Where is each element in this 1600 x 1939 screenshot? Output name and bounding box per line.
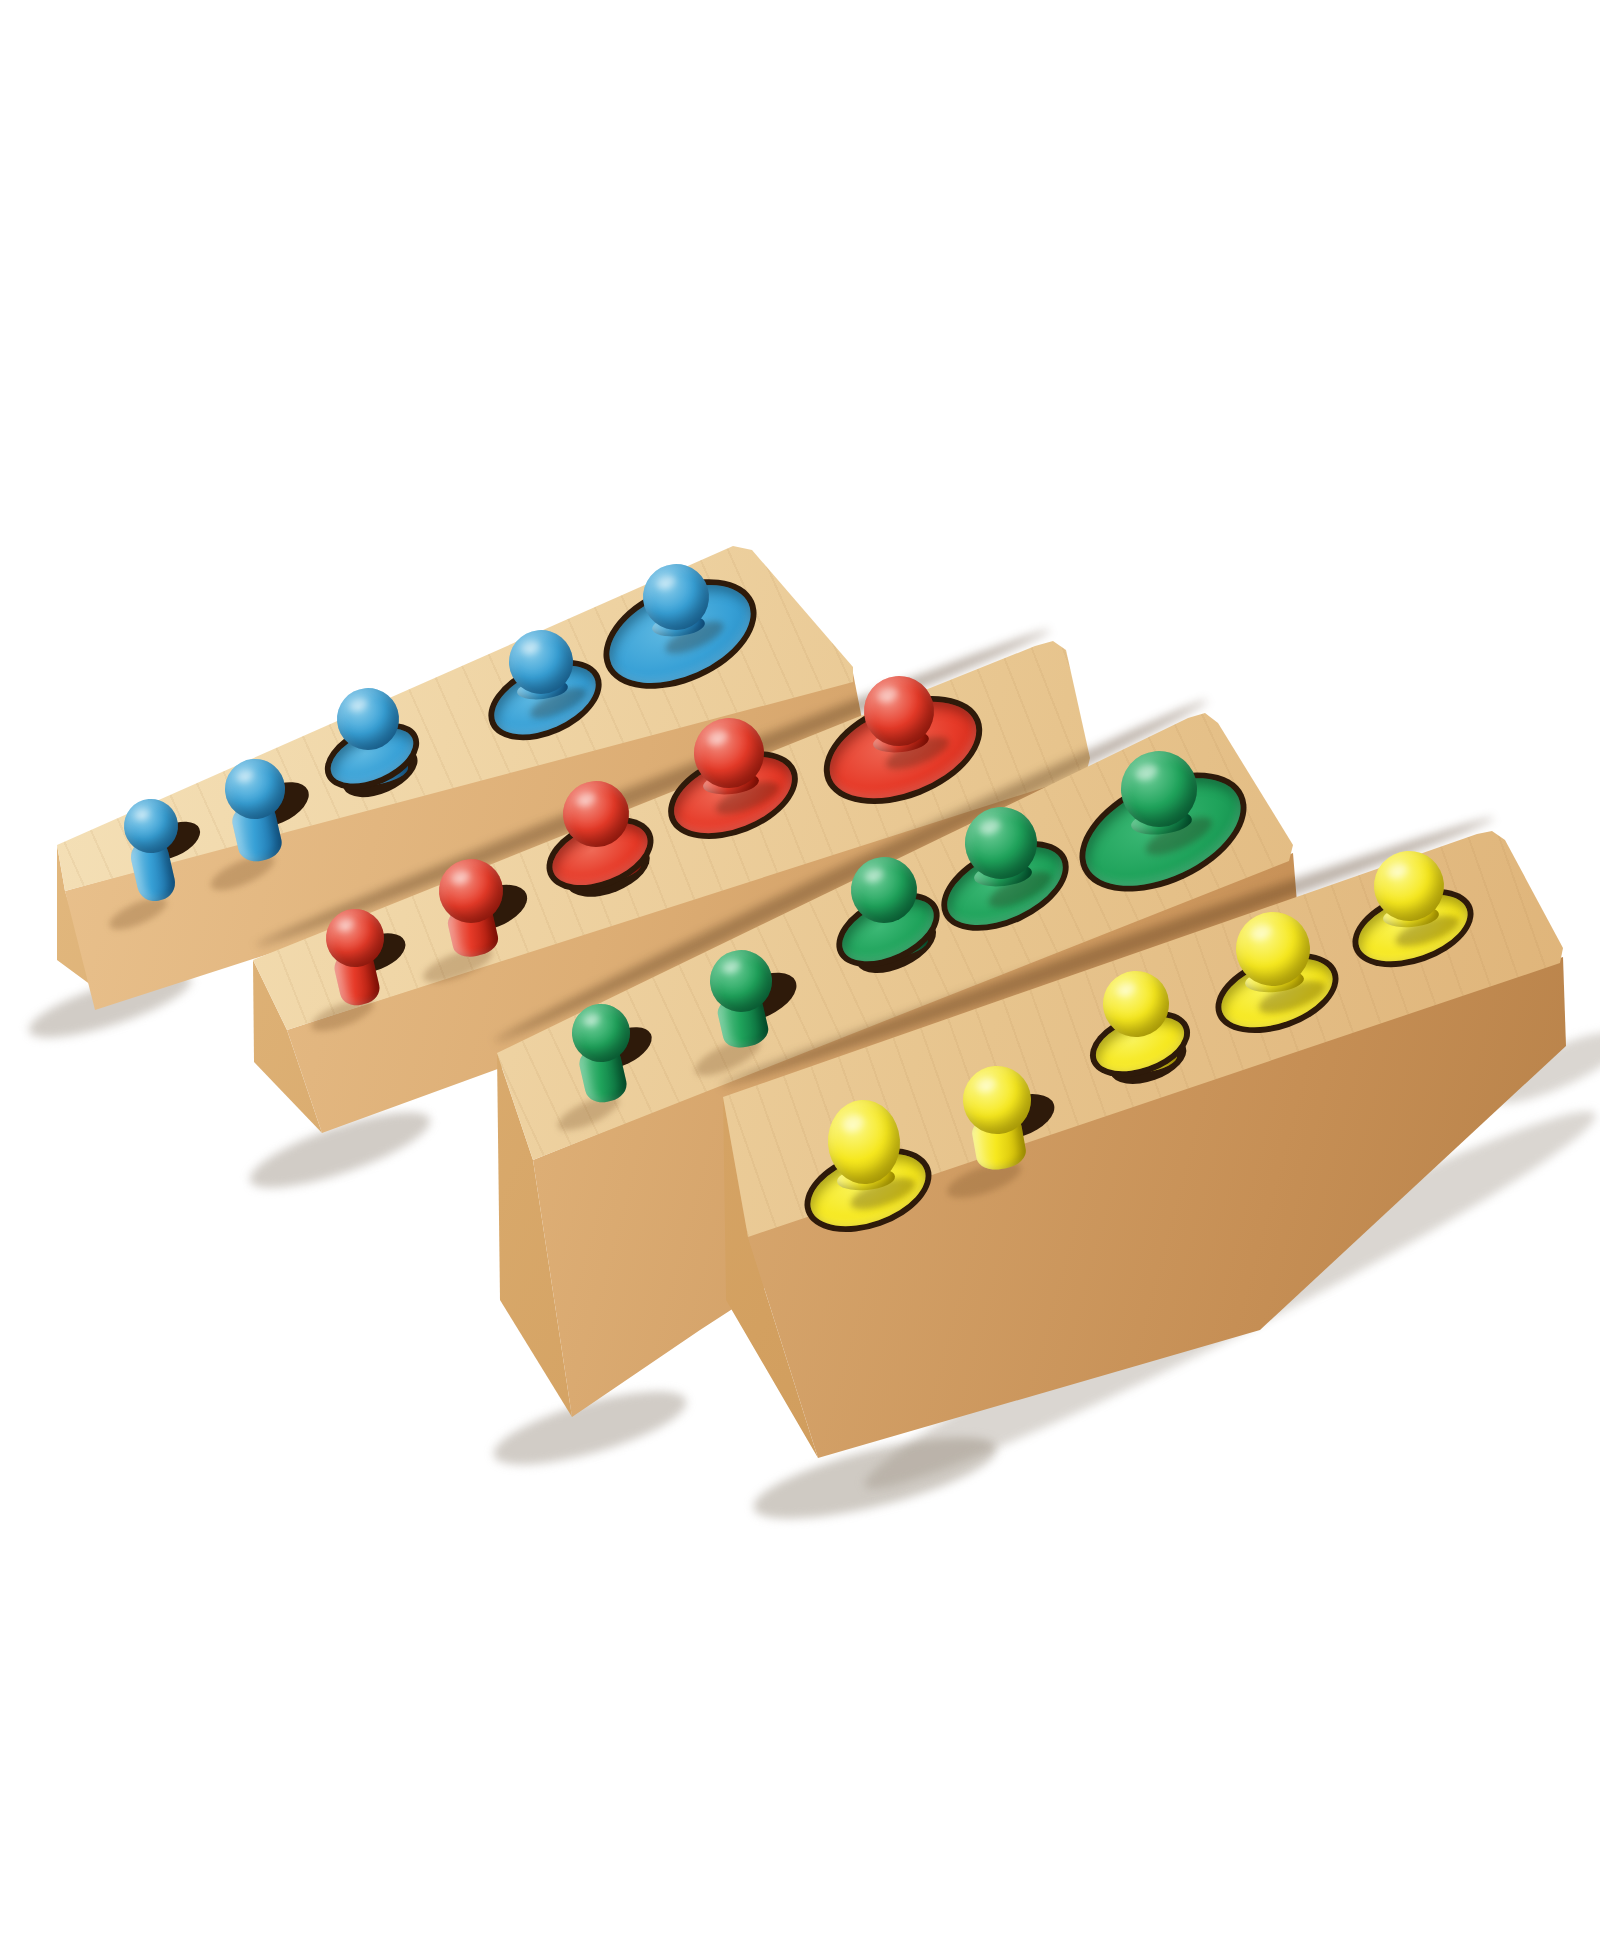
cylinder-yellow-5 xyxy=(0,0,1600,1939)
toy-photo xyxy=(0,0,1600,1939)
wood-block-yellow xyxy=(0,0,1600,1939)
